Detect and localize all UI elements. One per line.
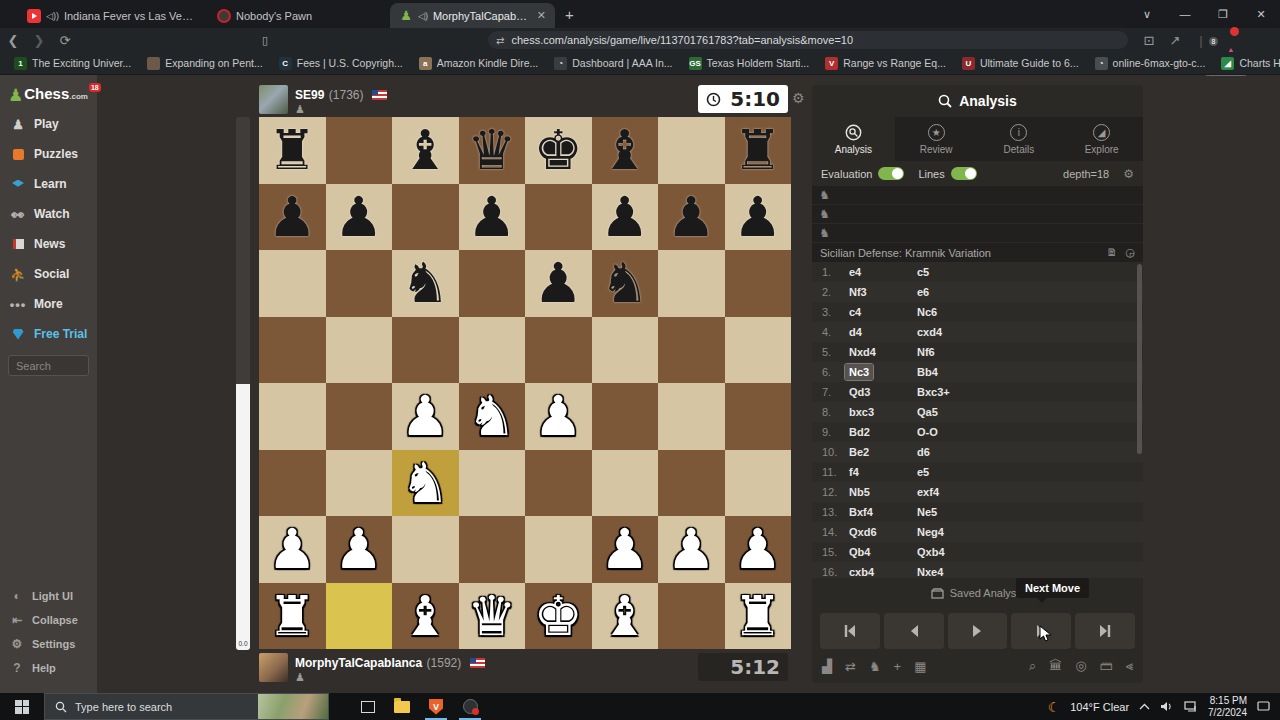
flip-board-icon[interactable]: ⇄ (845, 659, 856, 674)
white-pawn[interactable]: ♟ (733, 516, 782, 582)
audio-icon: ◁)) (46, 11, 59, 21)
notification-icon[interactable] (1257, 701, 1270, 712)
details-info-icon: i (1010, 124, 1027, 141)
zoom-icon[interactable]: ⌕ (1029, 658, 1036, 674)
captured-pawn-icon: ♟ (295, 671, 485, 684)
tab-close-icon[interactable]: ✕ (537, 9, 546, 22)
move-number: 2. (812, 286, 845, 298)
black-move[interactable]: exf4 (913, 484, 943, 500)
move-number: 8. (812, 406, 845, 418)
move-number: 3. (812, 306, 845, 318)
mouse-cursor (1039, 625, 1053, 643)
tab-nobodys-pawn[interactable]: Nobody's Pawn (208, 3, 348, 28)
address-bar: ❮ ❯ ⟳ ▯ ⇄ chess.com/analysis/game/live/1… (0, 28, 1280, 52)
square-e5[interactable] (525, 317, 592, 384)
bookmark-item[interactable]: GSTexas Holdem Starti... (683, 55, 816, 72)
bookmark-favicon: 1 (14, 57, 27, 70)
panel-header: Analysis (812, 85, 1143, 117)
back-button[interactable]: ❮ (0, 33, 26, 48)
collapse-button[interactable]: ⇤Collapse (0, 608, 97, 632)
settings-icon: ⚙ (10, 637, 24, 651)
square-c4[interactable]: ♟ (392, 383, 459, 450)
engine-settings-gear-icon[interactable]: ⚙ (1123, 167, 1134, 181)
square-d4[interactable]: ♞ (459, 383, 526, 450)
black-move[interactable]: Bxc3+ (913, 384, 954, 400)
sidebar-item-puzzles[interactable]: Puzzles (0, 139, 97, 169)
move-number: 11. (812, 466, 845, 478)
saved-analysis-link[interactable]: Saved Analysis (812, 582, 1143, 604)
top-player: SE99 (1736) ♟ (259, 85, 387, 116)
black-rook[interactable]: ♜ (268, 117, 317, 183)
white-move[interactable]: d4 (845, 324, 866, 340)
board-editor-icon[interactable]: ▦ (914, 659, 926, 674)
black-move[interactable]: Bb4 (913, 364, 942, 380)
bookmark-label: Fees | U.S. Copyrigh... (297, 57, 403, 69)
move-row: 16.cxb4Nxe4 (812, 562, 1143, 578)
square-g5[interactable] (658, 317, 725, 384)
black-move[interactable]: cxd4 (913, 324, 946, 340)
us-flag-icon (470, 658, 485, 668)
light-ui-icon: ◐ (10, 589, 24, 603)
square-h8[interactable]: ♜ (725, 117, 792, 184)
first-move-button[interactable] (820, 613, 880, 649)
bookmark-label: Ultimate Guide to 6... (980, 57, 1079, 69)
bookmark-label: Dashboard | AAA In... (572, 57, 672, 69)
square-f2[interactable]: ♟ (592, 516, 659, 583)
white-move[interactable]: Qxd6 (845, 524, 881, 540)
black-queen[interactable]: ♛ (467, 117, 516, 183)
move-row: 7.Qd3Bxc3+ (812, 382, 1143, 402)
square-c1[interactable]: ♝ (392, 583, 459, 650)
black-move[interactable]: Qa5 (913, 404, 942, 420)
square-b3[interactable] (326, 450, 393, 517)
site-settings-icon[interactable]: ⇄ (496, 35, 504, 46)
board-settings-gear-icon[interactable]: ⚙ (792, 90, 805, 106)
white-bishop[interactable]: ♝ (401, 583, 450, 649)
logo-pawn-icon: ♟ (8, 85, 23, 105)
bookmark-icon[interactable]: ▯ (262, 34, 268, 47)
square-e3[interactable] (525, 450, 592, 517)
square-a2[interactable]: ♟ (259, 516, 326, 583)
square-g7[interactable]: ♟ (658, 184, 725, 251)
square-g8[interactable] (658, 117, 725, 184)
eval-chart-icon[interactable]: ▟ (822, 659, 832, 674)
white-pawn[interactable]: ♟ (534, 383, 583, 449)
white-queen[interactable]: ♛ (467, 583, 516, 649)
square-a4[interactable] (259, 383, 326, 450)
black-pawn[interactable]: ♟ (268, 184, 317, 250)
move-row: 4.d4cxd4 (812, 322, 1143, 342)
sidebar-item-watch[interactable]: 👀︎Watch (0, 199, 97, 229)
clock-icon (706, 92, 721, 107)
close-button[interactable]: ✕ (1242, 8, 1280, 21)
move-row: 10.Be2d6 (812, 442, 1143, 462)
white-rook[interactable]: ♜ (733, 583, 782, 649)
square-b7[interactable]: ♟ (326, 184, 393, 251)
file-explorer-button[interactable] (385, 693, 419, 720)
square-a1[interactable]: ♜ (259, 583, 326, 650)
black-rook[interactable]: ♜ (733, 117, 782, 183)
square-d2[interactable] (459, 516, 526, 583)
maximize-button[interactable]: ❐ (1204, 8, 1242, 21)
saved-box-icon[interactable]: 🗃 (1100, 658, 1113, 674)
bookmarks-bar: 1The Exciting Univer...Expanding on Pent… (0, 52, 1280, 75)
diamond-icon (10, 326, 26, 342)
screen: ◁)) Indiana Fever vs Las Vegas Aces Nobo… (0, 0, 1280, 720)
black-pawn[interactable]: ♟ (733, 184, 782, 250)
evaluation-bar: 0.0 (236, 117, 250, 650)
white-move[interactable]: e4 (845, 264, 865, 280)
explore-compass-icon: ◢ (1093, 124, 1110, 141)
weather-text[interactable]: 104°F Clear (1070, 701, 1129, 713)
watch-icon: 👀︎ (10, 206, 26, 222)
black-move[interactable]: Nxe4 (913, 564, 947, 578)
square-e7[interactable] (525, 184, 592, 251)
black-move[interactable]: Qxb4 (913, 544, 949, 560)
library-icon[interactable]: 🏛 (1049, 658, 1062, 674)
windows-taskbar: Type here to search V ☾ 104°F Clear 8:15… (0, 693, 1280, 720)
black-move[interactable]: Neg4 (913, 524, 948, 540)
record-icon[interactable]: ◎ (1075, 658, 1086, 674)
bookmark-label: Expanding on Pent... (165, 57, 263, 69)
news-icon (10, 236, 26, 252)
new-tab-button[interactable]: + (565, 6, 574, 23)
audio-icon: ◁) (418, 11, 428, 21)
move-number: 5. (812, 346, 845, 358)
minimize-button[interactable]: — (1166, 8, 1204, 20)
square-a6[interactable] (259, 250, 326, 317)
sidebar-item-news[interactable]: News (0, 229, 97, 259)
square-a3[interactable] (259, 450, 326, 517)
move-list[interactable]: 1.e4c52.Nf3e63.c4Nc64.d4cxd45.Nxd4Nf66.N… (812, 262, 1143, 578)
help-icon: ? (10, 661, 24, 675)
square-h5[interactable] (725, 317, 792, 384)
reader-mode-icon[interactable]: ⊡ (1136, 33, 1162, 48)
chesscom-logo[interactable]: ♟ Chess.com 18 (0, 75, 97, 109)
top-player-avatar[interactable] (259, 85, 288, 114)
bookmark-item[interactable]: VRange vs Range Eq... (819, 55, 952, 72)
move-row: 6.Nc3Bb4 (812, 362, 1143, 382)
black-move[interactable]: O-O (913, 424, 942, 440)
opening-book-icon[interactable]: 🗎 (1106, 246, 1117, 259)
square-c7[interactable] (392, 184, 459, 251)
square-a7[interactable]: ♟ (259, 184, 326, 251)
tray-chevron-icon[interactable] (1139, 703, 1150, 710)
bookmark-item[interactable]: ◔online-6max-gto-c... (1089, 55, 1212, 72)
move-row: 2.Nf3e6 (812, 282, 1143, 302)
black-pawn[interactable]: ♟ (467, 184, 516, 250)
move-row: 3.c4Nc6 (812, 302, 1143, 322)
square-b1[interactable] (326, 583, 393, 650)
square-f6[interactable]: ♞ (592, 250, 659, 317)
square-d8[interactable]: ♛ (459, 117, 526, 184)
url-box[interactable]: ⇄ chess.com/analysis/game/live/113701761… (488, 31, 1128, 49)
bottom-player-avatar[interactable] (259, 653, 288, 682)
tab-search-chevron[interactable]: ∨ (1128, 8, 1166, 21)
black-bishop[interactable]: ♝ (600, 117, 649, 183)
square-a8[interactable]: ♜ (259, 117, 326, 184)
square-g3[interactable] (658, 450, 725, 517)
white-move[interactable]: Qb4 (845, 544, 874, 560)
black-pawn[interactable]: ♟ (667, 184, 716, 250)
move-number: 4. (812, 326, 845, 338)
opening-explorer-icon[interactable]: ◶ (1125, 246, 1135, 259)
bookmark-item[interactable]: ◢Charts HU | PokerC... (1215, 55, 1280, 72)
square-f7[interactable]: ♟ (592, 184, 659, 251)
youtube-icon (27, 9, 41, 23)
start-button[interactable] (0, 700, 44, 714)
square-b5[interactable] (326, 317, 393, 384)
next-move-button[interactable] (1011, 613, 1071, 649)
tab-review[interactable]: ★ Review (895, 117, 978, 161)
white-knight[interactable]: ♞ (401, 450, 450, 516)
search-input[interactable]: Search (8, 355, 89, 376)
panel-tabs: Analysis ★ Review i Details ◢ Explore (812, 117, 1143, 161)
white-move[interactable]: bxc3 (845, 404, 878, 420)
square-f1[interactable]: ♝ (592, 583, 659, 650)
previous-move-button[interactable] (884, 613, 944, 649)
light-ui-button[interactable]: ◐Light UI (0, 584, 97, 608)
move-number: 10. (812, 446, 845, 458)
square-c2[interactable] (392, 516, 459, 583)
move-number: 6. (812, 366, 845, 378)
square-e1[interactable]: ♚ (525, 583, 592, 650)
square-c5[interactable] (392, 317, 459, 384)
evaluation-white-portion: 0.0 (236, 384, 250, 651)
white-move[interactable]: cxb4 (845, 564, 878, 578)
share-icon[interactable]: ↗ (1162, 33, 1188, 48)
evaluation-toggle[interactable]: Evaluation (821, 167, 904, 180)
black-knight[interactable]: ♞ (600, 250, 649, 316)
black-king[interactable]: ♚ (534, 117, 583, 183)
square-b4[interactable] (326, 383, 393, 450)
learn-icon (10, 176, 26, 192)
white-pawn[interactable]: ♟ (268, 516, 317, 582)
brave-icon: V (429, 699, 443, 715)
sidebar-item-learn[interactable]: Learn (0, 169, 97, 199)
top-player-rating: (1736) (329, 88, 364, 102)
move-row: 13.Bxf4Ne5 (812, 502, 1143, 522)
depth-label: depth=18 (1063, 168, 1109, 180)
bottom-player: MorphyTalCapablanca (1592) ♟ (259, 653, 485, 684)
white-pawn[interactable]: ♟ (401, 383, 450, 449)
square-e4[interactable]: ♟ (525, 383, 592, 450)
black-move[interactable]: Nc6 (913, 304, 941, 320)
white-move[interactable]: f4 (845, 464, 863, 480)
bookmark-label: Amazon Kindle Dire... (437, 57, 539, 69)
black-knight[interactable]: ♞ (401, 250, 450, 316)
chess-board[interactable]: ♜♝♛♚♝♜♟♟♟♟♟♟♞♟♞♟♞♟♞♟♟♟♟♟♜♝♛♚♝♜ (259, 117, 791, 649)
pieces-icon[interactable]: ♞ (869, 659, 881, 674)
reload-button[interactable]: ⟳ (52, 33, 78, 48)
tab-analysis[interactable]: Analysis (812, 117, 895, 161)
black-move[interactable]: c5 (913, 264, 933, 280)
square-b8[interactable] (326, 117, 393, 184)
bookmark-favicon: ◢ (1221, 57, 1234, 70)
engine-line-loading: ♞ (812, 224, 1143, 242)
white-move[interactable]: Be2 (845, 444, 873, 460)
black-pawn[interactable]: ♟ (600, 184, 649, 250)
tab-title: Nobody's Pawn (236, 10, 312, 22)
search-icon (55, 701, 67, 713)
tab-youtube[interactable]: ◁)) Indiana Fever vs Las Vegas Aces (18, 3, 208, 28)
black-pawn[interactable]: ♟ (534, 250, 583, 316)
recorder-app-button[interactable] (453, 693, 487, 720)
search-highlight-image[interactable] (258, 694, 328, 720)
black-move[interactable]: d6 (913, 444, 934, 460)
square-h2[interactable]: ♟ (725, 516, 792, 583)
network-icon[interactable] (1184, 701, 1198, 712)
sidebar-item-play[interactable]: ♟Play (0, 109, 97, 139)
white-bishop[interactable]: ♝ (600, 583, 649, 649)
square-g1[interactable] (658, 583, 725, 650)
bookmark-favicon: a (419, 57, 432, 70)
move-row: 14.Qxd6Neg4 (812, 522, 1143, 542)
white-move[interactable]: Bd2 (845, 424, 874, 440)
tab-chess-analysis[interactable]: ♟ ◁) MorphyTalCapablanca vs. SE ✕ (390, 3, 555, 28)
opening-name-row[interactable]: Sicilian Defense: Kramnik Variation 🗎◶ (812, 243, 1143, 262)
bookmark-item[interactable]: ◔Dashboard | AAA In... (548, 55, 678, 72)
white-king[interactable]: ♚ (534, 583, 583, 649)
move-number: 7. (812, 386, 845, 398)
taskbar-clock[interactable]: 8:15 PM 7/2/2024 (1208, 695, 1247, 719)
notification-badge: 18 (89, 83, 101, 92)
square-d3[interactable] (459, 450, 526, 517)
help-button[interactable]: ?Help (0, 656, 97, 680)
white-move[interactable]: Qd3 (845, 384, 874, 400)
black-pawn[interactable]: ♟ (334, 184, 383, 250)
task-view-button[interactable] (351, 693, 385, 720)
square-e8[interactable]: ♚ (525, 117, 592, 184)
bookmark-favicon (147, 57, 160, 70)
square-h7[interactable]: ♟ (725, 184, 792, 251)
move-list-scrollbar[interactable] (1137, 264, 1142, 454)
bookmark-item[interactable]: UUltimate Guide to 6... (956, 55, 1085, 72)
move-number: 1. (812, 266, 845, 278)
play-icon: ♟ (10, 116, 26, 132)
square-h1[interactable]: ♜ (725, 583, 792, 650)
system-tray: ☾ 104°F Clear 8:15 PM 7/2/2024 (1048, 695, 1280, 719)
bookmark-favicon: U (962, 57, 975, 70)
windows-logo-icon (15, 700, 29, 714)
white-move[interactable]: Nf3 (845, 284, 871, 300)
review-star-icon: ★ (928, 124, 945, 141)
white-move[interactable]: Nb5 (845, 484, 874, 500)
tab-details[interactable]: i Details (978, 117, 1061, 161)
settings-button[interactable]: ⚙Settings (0, 632, 97, 656)
sidebar-item-social[interactable]: ⛹Social (0, 259, 97, 289)
bookmark-item[interactable]: aAmazon Kindle Dire... (413, 55, 545, 72)
square-a5[interactable] (259, 317, 326, 384)
top-player-clock: 5:10 (698, 85, 788, 113)
more-icon: ••• (10, 296, 26, 312)
square-c6[interactable]: ♞ (392, 250, 459, 317)
white-pawn[interactable]: ♟ (667, 516, 716, 582)
bookmark-item[interactable]: 1The Exciting Univer... (8, 55, 137, 72)
square-d6[interactable] (459, 250, 526, 317)
white-knight[interactable]: ♞ (467, 383, 516, 449)
move-row: 1.e4c5 (812, 262, 1143, 282)
sidebar-item-more[interactable]: •••More (0, 289, 97, 319)
square-h4[interactable] (725, 383, 792, 450)
square-b2[interactable]: ♟ (326, 516, 393, 583)
add-line-icon[interactable]: + (894, 659, 902, 674)
speaker-icon[interactable] (1160, 701, 1174, 712)
white-move[interactable]: Bxf4 (845, 504, 877, 520)
last-move-button[interactable] (1075, 613, 1135, 649)
square-h3[interactable] (725, 450, 792, 517)
collapse-icon: ⇤ (10, 613, 24, 627)
white-pawn[interactable]: ♟ (600, 516, 649, 582)
share-analysis-icon[interactable]: ⪡ (1126, 658, 1133, 674)
top-player-name[interactable]: SE99 (295, 88, 324, 102)
square-e6[interactable]: ♟ (525, 250, 592, 317)
square-b6[interactable] (326, 250, 393, 317)
square-d5[interactable] (459, 317, 526, 384)
move-number: 15. (812, 546, 845, 558)
square-c8[interactable]: ♝ (392, 117, 459, 184)
square-f5[interactable] (592, 317, 659, 384)
square-d7[interactable]: ♟ (459, 184, 526, 251)
square-g2[interactable]: ♟ (658, 516, 725, 583)
bookmark-favicon: ◔ (554, 57, 567, 70)
black-move[interactable]: Ne5 (913, 504, 941, 520)
taskbar-search[interactable]: Type here to search (44, 693, 329, 720)
black-move[interactable]: e5 (913, 464, 933, 480)
lines-toggle[interactable]: Lines (918, 167, 976, 180)
black-move[interactable]: e6 (913, 284, 933, 300)
bottom-player-name[interactable]: MorphyTalCapablanca (295, 656, 422, 670)
move-number: 13. (812, 506, 845, 518)
tab-explore[interactable]: ◢ Explore (1060, 117, 1143, 161)
move-number: 14. (812, 526, 845, 538)
url-text: chess.com/analysis/game/live/11370176178… (511, 34, 853, 46)
play-button[interactable] (948, 613, 1008, 649)
engine-toggles: Evaluation Lines depth=18 ⚙ (812, 161, 1143, 186)
white-move[interactable]: c4 (845, 304, 865, 320)
lines-toggle-switch[interactable] (951, 167, 977, 180)
square-f4[interactable] (592, 383, 659, 450)
bookmark-favicon: V (825, 57, 838, 70)
square-e2[interactable] (525, 516, 592, 583)
square-h6[interactable] (725, 250, 792, 317)
square-g6[interactable] (658, 250, 725, 317)
white-pawn[interactable]: ♟ (334, 516, 383, 582)
white-rook[interactable]: ♜ (268, 583, 317, 649)
sidebar-item-free-trial[interactable]: Free Trial (0, 319, 97, 349)
evaluation-toggle-switch[interactable] (878, 167, 904, 180)
bookmark-label: Texas Holdem Starti... (707, 57, 810, 69)
weather-moon-icon: ☾ (1048, 699, 1061, 715)
forward-button[interactable]: ❯ (26, 33, 52, 48)
extension-icon[interactable] (1224, 31, 1238, 49)
square-f8[interactable]: ♝ (592, 117, 659, 184)
evaluation-value: 0.0 (236, 640, 250, 647)
us-flag-icon (372, 90, 387, 100)
square-d1[interactable]: ♛ (459, 583, 526, 650)
square-f3[interactable] (592, 450, 659, 517)
black-move[interactable]: Nf6 (913, 344, 939, 360)
square-c3[interactable]: ♞ (392, 450, 459, 517)
bookmark-item[interactable]: Expanding on Pent... (141, 55, 269, 72)
white-move[interactable]: Nc3 (845, 364, 873, 380)
brave-browser-button[interactable]: V (419, 693, 453, 720)
move-number: 16. (812, 566, 845, 578)
bookmark-item[interactable]: CFees | U.S. Copyrigh... (273, 55, 409, 72)
square-g4[interactable] (658, 383, 725, 450)
white-move[interactable]: Nxd4 (845, 344, 880, 360)
black-bishop[interactable]: ♝ (401, 117, 450, 183)
